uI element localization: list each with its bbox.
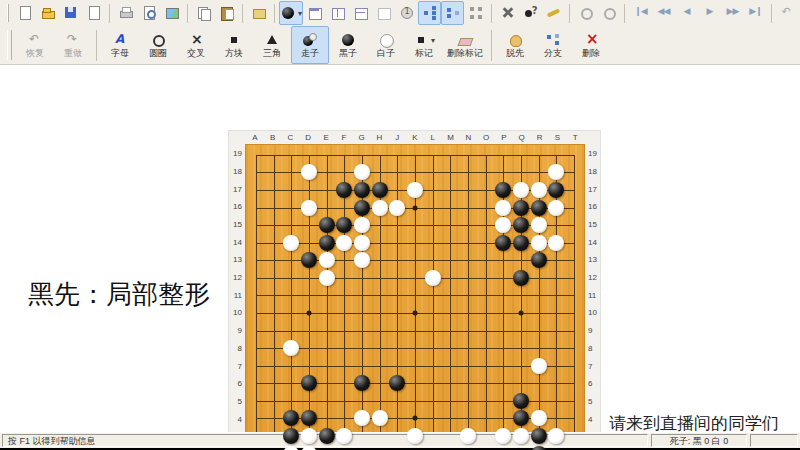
tenuki-button[interactable]: 脱先 (496, 26, 534, 64)
board-point-T6[interactable] (565, 375, 583, 393)
board-point-S8[interactable] (548, 339, 566, 357)
new-window-button[interactable] (303, 1, 326, 25)
board-point-B7[interactable] (265, 357, 283, 375)
board-point-H16[interactable] (371, 199, 389, 217)
board-point-K10[interactable] (406, 304, 424, 322)
board-point-A19[interactable] (247, 146, 265, 164)
save-as-button[interactable] (82, 1, 105, 25)
board-point-F4[interactable] (335, 410, 353, 428)
board-point-A11[interactable] (247, 287, 265, 305)
board-point-D8[interactable] (300, 339, 318, 357)
board-point-G8[interactable] (353, 339, 371, 357)
board-point-K15[interactable] (406, 216, 424, 234)
board-point-A10[interactable] (247, 304, 265, 322)
board-point-H15[interactable] (371, 216, 389, 234)
board-point-Q8[interactable] (512, 339, 530, 357)
board-point-Q18[interactable] (512, 164, 530, 182)
board-point-O18[interactable] (477, 164, 495, 182)
board-point-P19[interactable] (495, 146, 513, 164)
board-point-G9[interactable] (353, 322, 371, 340)
board-point-N9[interactable] (459, 322, 477, 340)
board-point-Q17[interactable] (512, 181, 530, 199)
board-point-G16[interactable] (353, 199, 371, 217)
board-point-C12[interactable] (282, 269, 300, 287)
mark-cross-button[interactable]: 交叉 (177, 26, 215, 64)
board-point-A18[interactable] (247, 164, 265, 182)
board-point-O15[interactable] (477, 216, 495, 234)
edit-brush-button[interactable] (542, 1, 565, 25)
board-point-F10[interactable] (335, 304, 353, 322)
board-point-K8[interactable] (406, 339, 424, 357)
mark-square-button[interactable]: 方块 (215, 26, 253, 64)
board-point-J14[interactable] (388, 234, 406, 252)
board-point-G4[interactable] (353, 410, 371, 428)
board-point-B17[interactable] (265, 181, 283, 199)
board-point-N5[interactable] (459, 392, 477, 410)
board-point-P5[interactable] (495, 392, 513, 410)
board-point-S18[interactable] (548, 164, 566, 182)
board-point-Q9[interactable] (512, 322, 530, 340)
board-point-D9[interactable] (300, 322, 318, 340)
board-point-O12[interactable] (477, 269, 495, 287)
branch-button[interactable]: 分支 (534, 26, 572, 64)
board-point-G10[interactable] (353, 304, 371, 322)
nav-forward-fast-button[interactable] (721, 1, 744, 25)
board-point-B12[interactable] (265, 269, 283, 287)
board-point-S6[interactable] (548, 375, 566, 393)
board-point-J10[interactable] (388, 304, 406, 322)
board-point-P17[interactable] (495, 181, 513, 199)
board-point-S10[interactable] (548, 304, 566, 322)
board-point-A13[interactable] (247, 251, 265, 269)
board-point-H18[interactable] (371, 164, 389, 182)
board-point-D17[interactable] (300, 181, 318, 199)
board-point-P10[interactable] (495, 304, 513, 322)
board-point-O13[interactable] (477, 251, 495, 269)
board-point-Q4[interactable] (512, 410, 530, 428)
board-point-B6[interactable] (265, 375, 283, 393)
board-point-N17[interactable] (459, 181, 477, 199)
board-point-T17[interactable] (565, 181, 583, 199)
board-point-R9[interactable] (530, 322, 548, 340)
board-point-D5[interactable] (300, 392, 318, 410)
board-point-F8[interactable] (335, 339, 353, 357)
board-point-J15[interactable] (388, 216, 406, 234)
board-point-Q16[interactable] (512, 199, 530, 217)
white-stone-button[interactable]: 白子 (367, 26, 405, 64)
board-point-Q11[interactable] (512, 287, 530, 305)
board-point-B8[interactable] (265, 339, 283, 357)
board-point-D19[interactable] (300, 146, 318, 164)
nav-first-button[interactable] (629, 1, 652, 25)
board-point-J17[interactable] (388, 181, 406, 199)
board-point-B9[interactable] (265, 322, 283, 340)
board-point-K18[interactable] (406, 164, 424, 182)
board-point-G18[interactable] (353, 164, 371, 182)
board-point-A4[interactable] (247, 410, 265, 428)
new-file-button[interactable] (13, 1, 36, 25)
board-point-B5[interactable] (265, 392, 283, 410)
board-point-F11[interactable] (335, 287, 353, 305)
board-point-T16[interactable] (565, 199, 583, 217)
board-point-T7[interactable] (565, 357, 583, 375)
print-button[interactable] (114, 1, 137, 25)
board-point-H6[interactable] (371, 375, 389, 393)
board-point-L14[interactable] (424, 234, 442, 252)
board-point-G11[interactable] (353, 287, 371, 305)
board-point-F7[interactable] (335, 357, 353, 375)
board-point-T12[interactable] (565, 269, 583, 287)
board-point-P18[interactable] (495, 164, 513, 182)
board-point-H14[interactable] (371, 234, 389, 252)
board-point-K16[interactable] (406, 199, 424, 217)
board-point-K5[interactable] (406, 392, 424, 410)
board-point-H9[interactable] (371, 322, 389, 340)
board-point-P6[interactable] (495, 375, 513, 393)
board-point-P11[interactable] (495, 287, 513, 305)
board-point-J4[interactable] (388, 410, 406, 428)
board-point-M16[interactable] (442, 199, 460, 217)
board-point-R12[interactable] (530, 269, 548, 287)
board-point-H11[interactable] (371, 287, 389, 305)
mark-button[interactable]: ▾标记 (405, 26, 443, 64)
board-point-O16[interactable] (477, 199, 495, 217)
board-point-P15[interactable] (495, 216, 513, 234)
board-point-A5[interactable] (247, 392, 265, 410)
board-point-E8[interactable] (318, 339, 336, 357)
paste-button[interactable] (215, 1, 238, 25)
board-point-K19[interactable] (406, 146, 424, 164)
board-point-D18[interactable] (300, 164, 318, 182)
board-point-Q6[interactable] (512, 375, 530, 393)
board-point-K7[interactable] (406, 357, 424, 375)
tools-button[interactable] (496, 1, 519, 25)
split-horizontal-button[interactable] (349, 1, 372, 25)
board-point-C18[interactable] (282, 164, 300, 182)
board-point-K4[interactable] (406, 410, 424, 428)
board-point-E16[interactable] (318, 199, 336, 217)
board-point-B4[interactable] (265, 410, 283, 428)
board-point-K13[interactable] (406, 251, 424, 269)
board-point-F12[interactable] (335, 269, 353, 287)
board-point-R6[interactable] (530, 375, 548, 393)
board-point-M10[interactable] (442, 304, 460, 322)
board-point-Q7[interactable] (512, 357, 530, 375)
board-point-E19[interactable] (318, 146, 336, 164)
board-point-R16[interactable] (530, 199, 548, 217)
board-point-F17[interactable] (335, 181, 353, 199)
board-point-R18[interactable] (530, 164, 548, 182)
board-point-L8[interactable] (424, 339, 442, 357)
board-point-L16[interactable] (424, 199, 442, 217)
board-point-T14[interactable] (565, 234, 583, 252)
board-point-B19[interactable] (265, 146, 283, 164)
board-point-A12[interactable] (247, 269, 265, 287)
board-point-K12[interactable] (406, 269, 424, 287)
toolbar-grip[interactable] (7, 4, 9, 22)
board-point-N10[interactable] (459, 304, 477, 322)
board-point-S11[interactable] (548, 287, 566, 305)
board-point-S5[interactable] (548, 392, 566, 410)
board-point-T10[interactable] (565, 304, 583, 322)
board-point-R4[interactable] (530, 410, 548, 428)
board-point-O6[interactable] (477, 375, 495, 393)
board-point-B10[interactable] (265, 304, 283, 322)
board-point-E9[interactable] (318, 322, 336, 340)
board-point-N7[interactable] (459, 357, 477, 375)
board-point-P12[interactable] (495, 269, 513, 287)
board-point-C17[interactable] (282, 181, 300, 199)
board-point-O19[interactable] (477, 146, 495, 164)
board-point-M9[interactable] (442, 322, 460, 340)
board-point-L12[interactable] (424, 269, 442, 287)
board-point-C4[interactable] (282, 410, 300, 428)
board-point-T19[interactable] (565, 146, 583, 164)
board-point-H4[interactable] (371, 410, 389, 428)
board-point-K9[interactable] (406, 322, 424, 340)
board-point-B18[interactable] (265, 164, 283, 182)
board-point-H17[interactable] (371, 181, 389, 199)
print-preview-button[interactable] (137, 1, 160, 25)
board-point-E15[interactable] (318, 216, 336, 234)
comment-panel-button[interactable] (441, 1, 464, 25)
board-point-E17[interactable] (318, 181, 336, 199)
close-window-button[interactable] (372, 1, 395, 25)
board-display-button[interactable]: ▾ (279, 1, 303, 25)
board-point-L15[interactable] (424, 216, 442, 234)
board-point-M18[interactable] (442, 164, 460, 182)
mark-circle-button[interactable]: 圆圈 (139, 26, 177, 64)
board-point-G13[interactable] (353, 251, 371, 269)
board-point-R8[interactable] (530, 339, 548, 357)
board-point-B15[interactable] (265, 216, 283, 234)
board-point-M12[interactable] (442, 269, 460, 287)
board-point-F6[interactable] (335, 375, 353, 393)
board-point-Q5[interactable] (512, 392, 530, 410)
options-button[interactable] (247, 1, 270, 25)
board-point-T4[interactable] (565, 410, 583, 428)
board-point-T11[interactable] (565, 287, 583, 305)
board-point-O8[interactable] (477, 339, 495, 357)
board-point-N8[interactable] (459, 339, 477, 357)
board-point-M15[interactable] (442, 216, 460, 234)
board-point-E4[interactable] (318, 410, 336, 428)
board-point-H10[interactable] (371, 304, 389, 322)
board-point-L7[interactable] (424, 357, 442, 375)
board-point-L6[interactable] (424, 375, 442, 393)
board-point-T15[interactable] (565, 216, 583, 234)
board-point-M6[interactable] (442, 375, 460, 393)
rotate-right-button[interactable] (597, 1, 620, 25)
board-point-D14[interactable] (300, 234, 318, 252)
board-point-C8[interactable] (282, 339, 300, 357)
board-point-B11[interactable] (265, 287, 283, 305)
board-point-E10[interactable] (318, 304, 336, 322)
board-point-G7[interactable] (353, 357, 371, 375)
board-point-C16[interactable] (282, 199, 300, 217)
board-point-H8[interactable] (371, 339, 389, 357)
board-point-S9[interactable] (548, 322, 566, 340)
board-point-S19[interactable] (548, 146, 566, 164)
board-point-A16[interactable] (247, 199, 265, 217)
delete-button[interactable]: 删除 (572, 26, 610, 64)
board-point-C13[interactable] (282, 251, 300, 269)
board-point-H19[interactable] (371, 146, 389, 164)
board-point-A17[interactable] (247, 181, 265, 199)
nav-back-button[interactable] (675, 1, 698, 25)
board-point-J12[interactable] (388, 269, 406, 287)
board-point-K11[interactable] (406, 287, 424, 305)
board-point-Q19[interactable] (512, 146, 530, 164)
move-number-button[interactable] (395, 1, 418, 25)
board-point-S4[interactable] (548, 410, 566, 428)
nav-back-fast-button[interactable] (652, 1, 675, 25)
board-point-M4[interactable] (442, 410, 460, 428)
board-point-K14[interactable] (406, 234, 424, 252)
board-point-N13[interactable] (459, 251, 477, 269)
board-point-F19[interactable] (335, 146, 353, 164)
board-point-P8[interactable] (495, 339, 513, 357)
board-point-E14[interactable] (318, 234, 336, 252)
board-point-A9[interactable] (247, 322, 265, 340)
nav-forward-button[interactable] (698, 1, 721, 25)
board-point-D6[interactable] (300, 375, 318, 393)
board-point-J13[interactable] (388, 251, 406, 269)
board-point-G5[interactable] (353, 392, 371, 410)
redo-button[interactable]: 重做 (54, 26, 92, 64)
play-move-button[interactable]: 走子 (291, 26, 329, 64)
board-point-L9[interactable] (424, 322, 442, 340)
board-point-A7[interactable] (247, 357, 265, 375)
board-point-J8[interactable] (388, 339, 406, 357)
board-point-N15[interactable] (459, 216, 477, 234)
erase-mark-button[interactable]: 删除标记 (443, 26, 487, 64)
tree-panel-button[interactable] (418, 1, 441, 25)
board-point-H13[interactable] (371, 251, 389, 269)
board-point-F16[interactable] (335, 199, 353, 217)
mark-triangle-button[interactable]: 三角 (253, 26, 291, 64)
board-point-S17[interactable] (548, 181, 566, 199)
board-point-O14[interactable] (477, 234, 495, 252)
board-point-C14[interactable] (282, 234, 300, 252)
board-point-T18[interactable] (565, 164, 583, 182)
split-vertical-button[interactable] (326, 1, 349, 25)
board-point-E12[interactable] (318, 269, 336, 287)
board-point-R14[interactable] (530, 234, 548, 252)
board-point-R10[interactable] (530, 304, 548, 322)
board-point-E7[interactable] (318, 357, 336, 375)
board-point-E6[interactable] (318, 375, 336, 393)
board-point-N18[interactable] (459, 164, 477, 182)
save-file-button[interactable] (59, 1, 82, 25)
board-point-A8[interactable] (247, 339, 265, 357)
copy-button[interactable] (192, 1, 215, 25)
board-point-E11[interactable] (318, 287, 336, 305)
board-point-C11[interactable] (282, 287, 300, 305)
board-point-E13[interactable] (318, 251, 336, 269)
board-point-H7[interactable] (371, 357, 389, 375)
board-point-P7[interactable] (495, 357, 513, 375)
board-point-D7[interactable] (300, 357, 318, 375)
board-point-C19[interactable] (282, 146, 300, 164)
board-point-P16[interactable] (495, 199, 513, 217)
board-point-Q13[interactable] (512, 251, 530, 269)
board-point-C10[interactable] (282, 304, 300, 322)
board-point-G12[interactable] (353, 269, 371, 287)
board-point-R15[interactable] (530, 216, 548, 234)
board-point-S7[interactable] (548, 357, 566, 375)
board-point-F14[interactable] (335, 234, 353, 252)
board-point-M14[interactable] (442, 234, 460, 252)
board-point-O10[interactable] (477, 304, 495, 322)
board-point-L19[interactable] (424, 146, 442, 164)
board-point-B14[interactable] (265, 234, 283, 252)
board-point-H5[interactable] (371, 392, 389, 410)
board-point-F9[interactable] (335, 322, 353, 340)
board-point-P13[interactable] (495, 251, 513, 269)
board-point-D4[interactable] (300, 410, 318, 428)
board-point-S12[interactable] (548, 269, 566, 287)
export-image-button[interactable] (160, 1, 183, 25)
board-point-E18[interactable] (318, 164, 336, 182)
board-point-O4[interactable] (477, 410, 495, 428)
board-point-L13[interactable] (424, 251, 442, 269)
toolbar-grip[interactable] (7, 30, 12, 60)
rotate-left-button[interactable] (574, 1, 597, 25)
guess-move-button[interactable] (519, 1, 542, 25)
board-point-M7[interactable] (442, 357, 460, 375)
board-point-N14[interactable] (459, 234, 477, 252)
label-letter-button[interactable]: 字母 (101, 26, 139, 64)
board-point-N19[interactable] (459, 146, 477, 164)
board-point-S15[interactable] (548, 216, 566, 234)
board-point-D16[interactable] (300, 199, 318, 217)
board-point-L11[interactable] (424, 287, 442, 305)
board-point-T5[interactable] (565, 392, 583, 410)
board-point-S13[interactable] (548, 251, 566, 269)
board-point-T8[interactable] (565, 339, 583, 357)
game-tree-button[interactable] (464, 1, 487, 25)
board-point-G14[interactable] (353, 234, 371, 252)
board-point-F5[interactable] (335, 392, 353, 410)
board-point-L17[interactable] (424, 181, 442, 199)
board-point-R13[interactable] (530, 251, 548, 269)
board-point-C6[interactable] (282, 375, 300, 393)
board-point-T13[interactable] (565, 251, 583, 269)
board-point-O9[interactable] (477, 322, 495, 340)
board-point-L5[interactable] (424, 392, 442, 410)
board-point-J9[interactable] (388, 322, 406, 340)
board-point-R17[interactable] (530, 181, 548, 199)
board-point-D12[interactable] (300, 269, 318, 287)
board-point-J11[interactable] (388, 287, 406, 305)
board-point-N6[interactable] (459, 375, 477, 393)
board-point-Q12[interactable] (512, 269, 530, 287)
board-point-G6[interactable] (353, 375, 371, 393)
board-point-J7[interactable] (388, 357, 406, 375)
board-point-O17[interactable] (477, 181, 495, 199)
board-point-L18[interactable] (424, 164, 442, 182)
board-point-Q14[interactable] (512, 234, 530, 252)
board-point-S14[interactable] (548, 234, 566, 252)
board-point-R5[interactable] (530, 392, 548, 410)
board-point-D13[interactable] (300, 251, 318, 269)
board-point-N4[interactable] (459, 410, 477, 428)
board-point-P14[interactable] (495, 234, 513, 252)
board-point-T9[interactable] (565, 322, 583, 340)
open-file-button[interactable] (36, 1, 59, 25)
board-point-G19[interactable] (353, 146, 371, 164)
